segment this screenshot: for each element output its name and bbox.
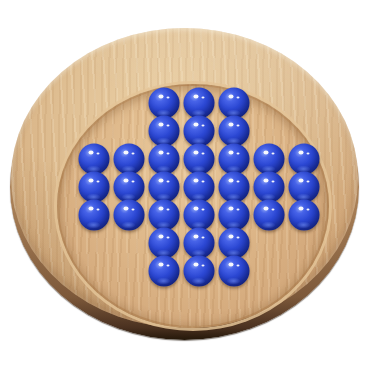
marble-r1c5[interactable] — [218, 88, 249, 119]
hole-r4c5 — [216, 173, 251, 201]
marble-r2c5[interactable] — [218, 116, 249, 147]
hole-r3c7 — [286, 145, 321, 173]
marble-r4c6[interactable] — [253, 172, 284, 203]
marble-r6c4[interactable] — [183, 228, 214, 259]
marble-r3c2[interactable] — [113, 144, 144, 175]
marble-r4c3[interactable] — [148, 172, 179, 203]
off-board — [76, 257, 111, 285]
marble-r7c4[interactable] — [183, 256, 214, 287]
hole-r6c5 — [216, 229, 251, 257]
hole-r3c1 — [76, 145, 111, 173]
hole-r2c3 — [146, 117, 181, 145]
hole-r4c6 — [251, 173, 286, 201]
marble-r7c5[interactable] — [218, 256, 249, 287]
marble-r3c6[interactable] — [253, 144, 284, 175]
hole-r5c7 — [286, 201, 321, 229]
hole-r5c5 — [216, 201, 251, 229]
hole-r3c2 — [111, 145, 146, 173]
off-board — [76, 117, 111, 145]
marble-r2c4[interactable] — [183, 116, 214, 147]
hole-r5c4 — [181, 201, 216, 229]
marble-r4c5[interactable] — [218, 172, 249, 203]
marble-r5c7[interactable] — [288, 200, 319, 231]
marble-r6c3[interactable] — [148, 228, 179, 259]
marble-r4c2[interactable] — [113, 172, 144, 203]
marble-r5c6[interactable] — [253, 200, 284, 231]
marble-r7c3[interactable] — [148, 256, 179, 287]
hole-r4c3 — [146, 173, 181, 201]
marble-r1c4[interactable] — [183, 88, 214, 119]
marble-r3c3[interactable] — [148, 144, 179, 175]
off-board — [286, 257, 321, 285]
hole-r3c5 — [216, 145, 251, 173]
marble-r5c1[interactable] — [78, 200, 109, 231]
hole-r1c3 — [146, 89, 181, 117]
off-board — [251, 257, 286, 285]
off-board — [251, 229, 286, 257]
marble-r3c1[interactable] — [78, 144, 109, 175]
board — [11, 28, 358, 328]
off-board — [251, 117, 286, 145]
marble-r5c4[interactable] — [183, 200, 214, 231]
marble-r3c5[interactable] — [218, 144, 249, 175]
off-board — [76, 89, 111, 117]
off-board — [111, 89, 146, 117]
off-board — [251, 89, 286, 117]
marble-r1c3[interactable] — [148, 88, 179, 119]
marble-r5c2[interactable] — [113, 200, 144, 231]
hole-r3c4 — [181, 145, 216, 173]
hole-r4c1 — [76, 173, 111, 201]
hole-r5c1 — [76, 201, 111, 229]
marble-r3c7[interactable] — [288, 144, 319, 175]
off-board — [286, 117, 321, 145]
hole-r7c5 — [216, 257, 251, 285]
off-board — [111, 117, 146, 145]
marble-r4c1[interactable] — [78, 172, 109, 203]
hole-r4c4 — [181, 173, 216, 201]
solitaire-board-photo — [0, 0, 370, 370]
hole-r3c3 — [146, 145, 181, 173]
marble-r6c5[interactable] — [218, 228, 249, 259]
marble-r5c5[interactable] — [218, 200, 249, 231]
marble-r4c7[interactable] — [288, 172, 319, 203]
hole-r2c5 — [216, 117, 251, 145]
hole-r3c6 — [251, 145, 286, 173]
marble-r4c4[interactable] — [183, 172, 214, 203]
off-board — [286, 229, 321, 257]
peg-grid — [76, 89, 321, 285]
hole-r5c2 — [111, 201, 146, 229]
marble-r5c3[interactable] — [148, 200, 179, 231]
hole-r7c3 — [146, 257, 181, 285]
hole-r7c4 — [181, 257, 216, 285]
hole-r4c2 — [111, 173, 146, 201]
hole-r1c4 — [181, 89, 216, 117]
hole-r2c4 — [181, 117, 216, 145]
hole-r4c7 — [286, 173, 321, 201]
marble-r3c4[interactable] — [183, 144, 214, 175]
off-board — [286, 89, 321, 117]
hole-r5c3 — [146, 201, 181, 229]
marble-r2c3[interactable] — [148, 116, 179, 147]
hole-r6c3 — [146, 229, 181, 257]
hole-r1c5 — [216, 89, 251, 117]
off-board — [111, 229, 146, 257]
hole-r6c4 — [181, 229, 216, 257]
hole-r5c6 — [251, 201, 286, 229]
off-board — [111, 257, 146, 285]
off-board — [76, 229, 111, 257]
